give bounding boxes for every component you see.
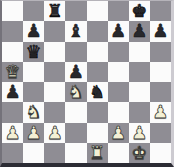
black-knight[interactable]: ♞	[87, 82, 108, 102]
white-pawn[interactable]: ♟	[2, 123, 23, 143]
square-g1[interactable]: ♚	[129, 143, 150, 163]
square-h1[interactable]	[150, 143, 171, 163]
square-g5[interactable]	[129, 62, 150, 82]
black-pawn[interactable]: ♟	[65, 62, 86, 82]
square-g4[interactable]	[129, 82, 150, 102]
square-b2[interactable]: ♟	[23, 123, 44, 143]
square-b8[interactable]	[23, 1, 44, 21]
square-f7[interactable]: ♟	[108, 21, 129, 41]
square-f3[interactable]	[108, 102, 129, 122]
square-f6[interactable]	[108, 42, 129, 62]
square-a6[interactable]	[2, 42, 23, 62]
square-h5[interactable]	[150, 62, 171, 82]
square-e1[interactable]: ♜	[87, 143, 108, 163]
square-f2[interactable]: ♟	[108, 123, 129, 143]
square-e7[interactable]	[87, 21, 108, 41]
black-queen[interactable]: ♛	[23, 42, 44, 62]
chess-board: ♜♚♟♝♟♟♟♛♛♟♟♞♞♞♟♟♟♟♟♟♜♚	[2, 1, 171, 163]
square-c7[interactable]	[44, 21, 65, 41]
chess-board-frame: ♜♚♟♝♟♟♟♛♛♟♟♞♞♞♟♟♟♟♟♟♜♚	[0, 0, 174, 167]
white-pawn[interactable]: ♟	[108, 123, 129, 143]
square-d2[interactable]	[65, 123, 86, 143]
square-g3[interactable]	[129, 102, 150, 122]
square-a7[interactable]	[2, 21, 23, 41]
square-b4[interactable]	[23, 82, 44, 102]
white-king[interactable]: ♚	[129, 143, 150, 163]
square-d1[interactable]	[65, 143, 86, 163]
square-d7[interactable]: ♝	[65, 21, 86, 41]
black-pawn[interactable]: ♟	[2, 82, 23, 102]
square-c3[interactable]	[44, 102, 65, 122]
white-knight[interactable]: ♞	[23, 102, 44, 122]
square-h2[interactable]	[150, 123, 171, 143]
square-h8[interactable]	[150, 1, 171, 21]
square-a3[interactable]	[2, 102, 23, 122]
square-e2[interactable]	[87, 123, 108, 143]
square-c1[interactable]	[44, 143, 65, 163]
black-pawn[interactable]: ♟	[108, 21, 129, 41]
square-f4[interactable]	[108, 82, 129, 102]
square-g6[interactable]	[129, 42, 150, 62]
square-b3[interactable]: ♞	[23, 102, 44, 122]
square-g7[interactable]: ♟	[129, 21, 150, 41]
square-e5[interactable]	[87, 62, 108, 82]
white-queen[interactable]: ♛	[2, 62, 23, 82]
square-e3[interactable]	[87, 102, 108, 122]
square-a2[interactable]: ♟	[2, 123, 23, 143]
square-d8[interactable]	[65, 1, 86, 21]
square-d3[interactable]	[65, 102, 86, 122]
square-e4[interactable]: ♞	[87, 82, 108, 102]
square-d6[interactable]	[65, 42, 86, 62]
black-pawn[interactable]: ♟	[23, 21, 44, 41]
black-pawn[interactable]: ♟	[150, 21, 171, 41]
black-pawn[interactable]: ♟	[129, 21, 150, 41]
square-d5[interactable]: ♟	[65, 62, 86, 82]
square-h4[interactable]	[150, 82, 171, 102]
white-knight[interactable]: ♞	[65, 82, 86, 102]
square-h6[interactable]	[150, 42, 171, 62]
square-f8[interactable]	[108, 1, 129, 21]
square-a8[interactable]	[2, 1, 23, 21]
square-a5[interactable]: ♛	[2, 62, 23, 82]
square-f5[interactable]	[108, 62, 129, 82]
square-c5[interactable]	[44, 62, 65, 82]
square-b7[interactable]: ♟	[23, 21, 44, 41]
square-c8[interactable]: ♜	[44, 1, 65, 21]
white-pawn[interactable]: ♟	[150, 102, 171, 122]
square-g8[interactable]: ♚	[129, 1, 150, 21]
white-pawn[interactable]: ♟	[129, 123, 150, 143]
square-d4[interactable]: ♞	[65, 82, 86, 102]
square-a4[interactable]: ♟	[2, 82, 23, 102]
square-h7[interactable]: ♟	[150, 21, 171, 41]
black-bishop[interactable]: ♝	[65, 21, 86, 41]
square-b5[interactable]	[23, 62, 44, 82]
white-rook[interactable]: ♜	[87, 143, 108, 163]
square-c2[interactable]: ♟	[44, 123, 65, 143]
square-h3[interactable]: ♟	[150, 102, 171, 122]
square-b1[interactable]	[23, 143, 44, 163]
square-c4[interactable]	[44, 82, 65, 102]
white-pawn[interactable]: ♟	[44, 123, 65, 143]
white-pawn[interactable]: ♟	[23, 123, 44, 143]
square-f1[interactable]	[108, 143, 129, 163]
square-a1[interactable]	[2, 143, 23, 163]
square-e8[interactable]	[87, 1, 108, 21]
square-g2[interactable]: ♟	[129, 123, 150, 143]
square-e6[interactable]	[87, 42, 108, 62]
square-b6[interactable]: ♛	[23, 42, 44, 62]
black-rook[interactable]: ♜	[44, 1, 65, 21]
black-king[interactable]: ♚	[129, 1, 150, 21]
square-c6[interactable]	[44, 42, 65, 62]
